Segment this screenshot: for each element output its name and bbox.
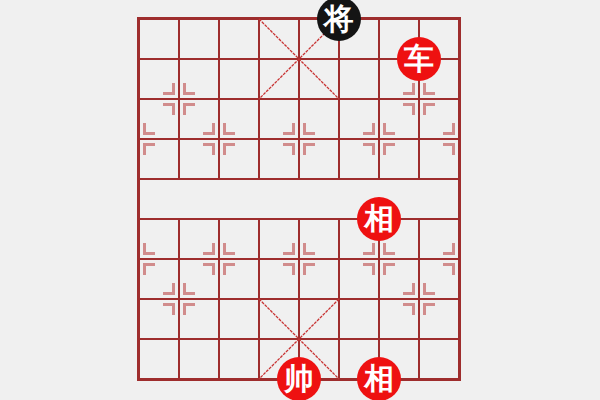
marker-corner: [223, 143, 235, 155]
marker-corner: [383, 143, 395, 155]
marker-corner: [203, 123, 215, 135]
marker-corner: [183, 283, 195, 295]
marker-corner: [143, 243, 155, 255]
marker-corner: [283, 243, 295, 255]
marker-corner: [223, 123, 235, 135]
red-chariot[interactable]: 车: [397, 37, 441, 81]
marker-corner: [403, 83, 415, 95]
marker-corner: [363, 123, 375, 135]
marker-corner: [403, 103, 415, 115]
marker-corner: [223, 263, 235, 275]
marker-corner: [443, 123, 455, 135]
marker-corner: [283, 123, 295, 135]
marker-corner: [443, 143, 455, 155]
marker-corner: [163, 103, 175, 115]
marker-corner: [363, 243, 375, 255]
red-elephant-1[interactable]: 相: [357, 197, 401, 241]
marker-corner: [183, 303, 195, 315]
marker-corner: [443, 263, 455, 275]
marker-corner: [423, 103, 435, 115]
marker-corner: [283, 143, 295, 155]
marker-corner: [363, 143, 375, 155]
marker-corner: [443, 243, 455, 255]
marker-corner: [303, 143, 315, 155]
marker-corner: [303, 123, 315, 135]
red-elephant-2[interactable]: 相: [357, 357, 401, 400]
marker-corner: [423, 283, 435, 295]
xiangqi-board: 将车相帅相: [139, 19, 459, 379]
marker-corner: [203, 143, 215, 155]
marker-corner: [223, 243, 235, 255]
marker-corner: [143, 263, 155, 275]
marker-corner: [403, 283, 415, 295]
marker-corner: [303, 243, 315, 255]
marker-corner: [163, 83, 175, 95]
marker-corner: [163, 303, 175, 315]
marker-corner: [383, 243, 395, 255]
red-general[interactable]: 帅: [277, 357, 321, 400]
marker-corner: [183, 103, 195, 115]
marker-corner: [183, 83, 195, 95]
marker-corner: [423, 303, 435, 315]
marker-corner: [143, 143, 155, 155]
marker-corner: [383, 123, 395, 135]
marker-corner: [423, 83, 435, 95]
marker-corner: [303, 263, 315, 275]
marker-corner: [403, 303, 415, 315]
marker-corner: [383, 263, 395, 275]
marker-corner: [363, 263, 375, 275]
marker-corner: [283, 263, 295, 275]
marker-corner: [163, 283, 175, 295]
marker-corner: [203, 263, 215, 275]
marker-corner: [143, 123, 155, 135]
marker-corner: [203, 243, 215, 255]
